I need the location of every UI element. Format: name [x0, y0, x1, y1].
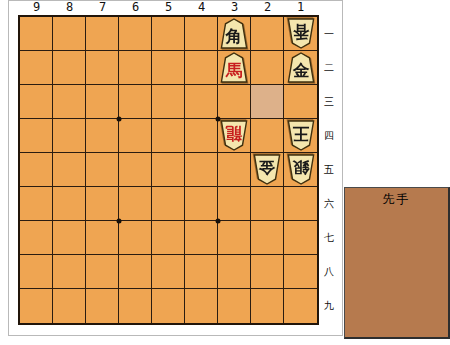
rank-labels: 一二三四五六七八九	[321, 17, 337, 323]
board-cell[interactable]	[86, 17, 119, 51]
board-cell[interactable]	[119, 289, 152, 323]
sente-gold[interactable]: 金	[287, 52, 315, 83]
rank-label-9: 九	[321, 289, 337, 323]
board-cell[interactable]	[284, 187, 317, 221]
file-label-5: 5	[152, 0, 185, 15]
board-cell[interactable]	[20, 119, 53, 153]
board-cell[interactable]	[119, 85, 152, 119]
board-cell[interactable]: 馬	[218, 51, 251, 85]
board-cell[interactable]	[251, 221, 284, 255]
board-cell[interactable]	[20, 153, 53, 187]
highlighted-square[interactable]	[251, 85, 284, 119]
board-cell[interactable]	[86, 289, 119, 323]
board-cell[interactable]	[119, 17, 152, 51]
board-cell[interactable]	[119, 255, 152, 289]
board-cell[interactable]	[251, 17, 284, 51]
board-cell[interactable]	[251, 51, 284, 85]
board-cell[interactable]	[119, 153, 152, 187]
sente-hand-panel[interactable]: 先手	[344, 187, 450, 339]
board-cell[interactable]	[152, 221, 185, 255]
board-cell[interactable]	[53, 187, 86, 221]
piece-glyph: 香	[292, 23, 310, 41]
board-cell[interactable]	[20, 17, 53, 51]
board-cell[interactable]	[119, 187, 152, 221]
board-cell[interactable]	[251, 255, 284, 289]
board-cell[interactable]	[20, 51, 53, 85]
board-cell[interactable]	[119, 119, 152, 153]
board-cell[interactable]	[218, 221, 251, 255]
board-cell[interactable]	[152, 255, 185, 289]
board-cell[interactable]	[152, 187, 185, 221]
sente-promoted-bishop[interactable]: 馬	[220, 52, 248, 83]
board-cell[interactable]	[185, 187, 218, 221]
board-cell[interactable]	[218, 153, 251, 187]
rank-label-6: 六	[321, 187, 337, 221]
board-cell[interactable]	[20, 85, 53, 119]
board-cell[interactable]	[53, 17, 86, 51]
board-cell[interactable]	[152, 17, 185, 51]
board-cell[interactable]	[185, 289, 218, 323]
board-cell[interactable]	[152, 51, 185, 85]
board-cell[interactable]	[53, 85, 86, 119]
board-cell[interactable]	[218, 289, 251, 323]
file-label-7: 7	[86, 0, 119, 15]
sente-hand-label: 先手	[345, 188, 448, 208]
rank-label-2: 二	[321, 51, 337, 85]
rank-label-7: 七	[321, 221, 337, 255]
hoshi-dot	[216, 219, 221, 224]
board-cell[interactable]	[86, 153, 119, 187]
piece-glyph: 龍	[225, 125, 242, 143]
board-cell[interactable]	[284, 221, 317, 255]
board-cell[interactable]	[284, 289, 317, 323]
piece-glyph: 王	[292, 125, 309, 143]
board-cell[interactable]	[152, 119, 185, 153]
board-cell[interactable]	[218, 187, 251, 221]
sente-bishop[interactable]: 角	[220, 18, 248, 49]
board-cell[interactable]	[152, 289, 185, 323]
shogi-app: 987654321 角香馬金龍王金銀 一二三四五六七八九 先手	[0, 0, 450, 345]
board-cell[interactable]	[185, 51, 218, 85]
board-cell[interactable]	[53, 289, 86, 323]
board-cell[interactable]	[218, 85, 251, 119]
file-labels: 987654321	[20, 0, 317, 15]
board-cell[interactable]	[20, 187, 53, 221]
gote-silver[interactable]: 銀	[287, 154, 315, 185]
file-label-4: 4	[185, 0, 218, 15]
board-cell[interactable]	[53, 51, 86, 85]
board-cell[interactable]: 金	[251, 153, 284, 187]
board-cell[interactable]	[53, 119, 86, 153]
board-cell[interactable]	[185, 221, 218, 255]
gote-lance[interactable]: 香	[287, 18, 315, 49]
board-cell[interactable]	[251, 187, 284, 221]
board-cell[interactable]	[152, 85, 185, 119]
board-cell[interactable]	[119, 51, 152, 85]
gote-gold[interactable]: 金	[253, 154, 281, 185]
board-cell[interactable]	[20, 255, 53, 289]
file-label-6: 6	[119, 0, 152, 15]
shogi-board[interactable]: 角香馬金龍王金銀	[18, 15, 319, 325]
board-cell[interactable]: 金	[284, 51, 317, 85]
board-cell[interactable]	[20, 221, 53, 255]
file-label-8: 8	[53, 0, 86, 15]
file-label-2: 2	[251, 0, 284, 15]
board-cell[interactable]: 角	[218, 17, 251, 51]
board-cell[interactable]	[86, 119, 119, 153]
board-cell[interactable]	[185, 17, 218, 51]
rank-label-5: 五	[321, 153, 337, 187]
board-cell[interactable]	[185, 85, 218, 119]
board-cell[interactable]	[251, 119, 284, 153]
board-cell[interactable]: 銀	[284, 153, 317, 187]
hoshi-dot	[117, 219, 122, 224]
board-cell[interactable]	[185, 153, 218, 187]
file-label-1: 1	[284, 0, 317, 15]
board-cell[interactable]	[86, 51, 119, 85]
rank-label-3: 三	[321, 85, 337, 119]
board-cell[interactable]	[86, 255, 119, 289]
board-cell[interactable]	[284, 255, 317, 289]
piece-glyph: 金	[258, 159, 276, 177]
file-label-9: 9	[20, 0, 53, 15]
gote-promoted-rook[interactable]: 龍	[220, 120, 248, 151]
board-cell[interactable]	[53, 221, 86, 255]
rank-label-1: 一	[321, 17, 337, 51]
board-cell[interactable]	[86, 187, 119, 221]
board-cell[interactable]: 王	[284, 119, 317, 153]
piece-glyph: 角	[225, 27, 243, 45]
piece-glyph: 金	[291, 61, 309, 79]
rank-label-8: 八	[321, 255, 337, 289]
board-cell[interactable]	[185, 119, 218, 153]
piece-glyph: 銀	[292, 159, 310, 177]
rank-label-4: 四	[321, 119, 337, 153]
board-cell[interactable]	[119, 221, 152, 255]
board-cell[interactable]	[53, 153, 86, 187]
board-cell[interactable]	[218, 255, 251, 289]
hoshi-dot	[117, 117, 122, 122]
board-cell[interactable]: 香	[284, 17, 317, 51]
board-cell[interactable]: 龍	[218, 119, 251, 153]
file-label-3: 3	[218, 0, 251, 15]
hoshi-dot	[216, 117, 221, 122]
board-cell[interactable]	[185, 255, 218, 289]
board-cell[interactable]	[251, 289, 284, 323]
board-cell[interactable]	[20, 289, 53, 323]
piece-glyph: 馬	[225, 61, 243, 79]
board-cell[interactable]	[86, 85, 119, 119]
gote-king[interactable]: 王	[287, 120, 315, 151]
board-cell[interactable]	[86, 221, 119, 255]
board-cell[interactable]	[152, 153, 185, 187]
board-cell[interactable]	[284, 85, 317, 119]
board-cell[interactable]	[53, 255, 86, 289]
